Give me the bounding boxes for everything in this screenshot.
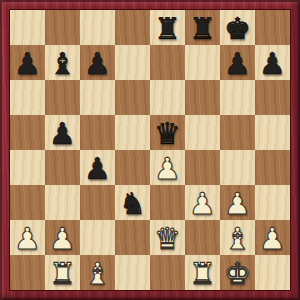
square-f5[interactable]: [185, 115, 220, 150]
square-a7[interactable]: ♟: [10, 45, 45, 80]
square-f4[interactable]: [185, 150, 220, 185]
square-g1[interactable]: ♚: [220, 255, 255, 290]
chess-board-frame: ♜♜♚♟♝♟♟♟♟♛♟♟♞♟♟♟♟♛♝♟♜♝♜♚: [0, 0, 300, 300]
square-d4[interactable]: [115, 150, 150, 185]
black-bishop-piece[interactable]: ♝: [49, 49, 76, 79]
black-king-piece[interactable]: ♚: [224, 14, 251, 44]
square-a6[interactable]: [10, 80, 45, 115]
square-a8[interactable]: [10, 10, 45, 45]
square-h5[interactable]: [255, 115, 290, 150]
square-g8[interactable]: ♚: [220, 10, 255, 45]
white-rook-piece[interactable]: ♜: [189, 259, 216, 289]
square-f8[interactable]: ♜: [185, 10, 220, 45]
square-d7[interactable]: [115, 45, 150, 80]
white-bishop-piece[interactable]: ♝: [224, 224, 251, 254]
square-a3[interactable]: [10, 185, 45, 220]
square-d2[interactable]: [115, 220, 150, 255]
square-d5[interactable]: [115, 115, 150, 150]
square-h6[interactable]: [255, 80, 290, 115]
black-pawn-piece[interactable]: ♟: [259, 49, 286, 79]
white-pawn-piece[interactable]: ♟: [259, 224, 286, 254]
square-c4[interactable]: ♟: [80, 150, 115, 185]
white-pawn-piece[interactable]: ♟: [14, 224, 41, 254]
square-c3[interactable]: [80, 185, 115, 220]
square-h1[interactable]: [255, 255, 290, 290]
square-d8[interactable]: [115, 10, 150, 45]
square-d1[interactable]: [115, 255, 150, 290]
square-a5[interactable]: [10, 115, 45, 150]
square-h7[interactable]: ♟: [255, 45, 290, 80]
square-b3[interactable]: [45, 185, 80, 220]
square-g6[interactable]: [220, 80, 255, 115]
black-knight-piece[interactable]: ♞: [119, 189, 146, 219]
square-e3[interactable]: [150, 185, 185, 220]
square-b5[interactable]: ♟: [45, 115, 80, 150]
square-c8[interactable]: [80, 10, 115, 45]
square-a2[interactable]: ♟: [10, 220, 45, 255]
black-rook-piece[interactable]: ♜: [189, 14, 216, 44]
square-e7[interactable]: [150, 45, 185, 80]
square-b1[interactable]: ♜: [45, 255, 80, 290]
square-e8[interactable]: ♜: [150, 10, 185, 45]
square-g2[interactable]: ♝: [220, 220, 255, 255]
white-pawn-piece[interactable]: ♟: [154, 154, 181, 184]
square-c7[interactable]: ♟: [80, 45, 115, 80]
white-pawn-piece[interactable]: ♟: [224, 189, 251, 219]
chess-board: ♜♜♚♟♝♟♟♟♟♛♟♟♞♟♟♟♟♛♝♟♜♝♜♚: [10, 10, 290, 290]
black-pawn-piece[interactable]: ♟: [84, 154, 111, 184]
square-d6[interactable]: [115, 80, 150, 115]
square-d3[interactable]: ♞: [115, 185, 150, 220]
square-g4[interactable]: [220, 150, 255, 185]
square-h4[interactable]: [255, 150, 290, 185]
square-f1[interactable]: ♜: [185, 255, 220, 290]
square-f2[interactable]: [185, 220, 220, 255]
square-c1[interactable]: ♝: [80, 255, 115, 290]
square-g3[interactable]: ♟: [220, 185, 255, 220]
square-c2[interactable]: [80, 220, 115, 255]
square-a1[interactable]: [10, 255, 45, 290]
square-e1[interactable]: [150, 255, 185, 290]
square-f7[interactable]: [185, 45, 220, 80]
black-rook-piece[interactable]: ♜: [154, 14, 181, 44]
black-pawn-piece[interactable]: ♟: [224, 49, 251, 79]
black-pawn-piece[interactable]: ♟: [84, 49, 111, 79]
square-c6[interactable]: [80, 80, 115, 115]
square-b6[interactable]: [45, 80, 80, 115]
square-e5[interactable]: ♛: [150, 115, 185, 150]
square-g5[interactable]: [220, 115, 255, 150]
white-bishop-piece[interactable]: ♝: [84, 259, 111, 289]
square-h3[interactable]: [255, 185, 290, 220]
square-g7[interactable]: ♟: [220, 45, 255, 80]
square-e2[interactable]: ♛: [150, 220, 185, 255]
white-pawn-piece[interactable]: ♟: [49, 224, 76, 254]
black-queen-piece[interactable]: ♛: [154, 119, 181, 149]
square-b7[interactable]: ♝: [45, 45, 80, 80]
black-pawn-piece[interactable]: ♟: [14, 49, 41, 79]
white-rook-piece[interactable]: ♜: [49, 259, 76, 289]
white-pawn-piece[interactable]: ♟: [189, 189, 216, 219]
square-h2[interactable]: ♟: [255, 220, 290, 255]
square-b4[interactable]: [45, 150, 80, 185]
square-h8[interactable]: [255, 10, 290, 45]
white-king-piece[interactable]: ♚: [224, 259, 251, 289]
square-f6[interactable]: [185, 80, 220, 115]
square-a4[interactable]: [10, 150, 45, 185]
square-b2[interactable]: ♟: [45, 220, 80, 255]
square-f3[interactable]: ♟: [185, 185, 220, 220]
square-b8[interactable]: [45, 10, 80, 45]
square-e6[interactable]: [150, 80, 185, 115]
square-c5[interactable]: [80, 115, 115, 150]
white-queen-piece[interactable]: ♛: [154, 224, 181, 254]
black-pawn-piece[interactable]: ♟: [49, 119, 76, 149]
square-e4[interactable]: ♟: [150, 150, 185, 185]
